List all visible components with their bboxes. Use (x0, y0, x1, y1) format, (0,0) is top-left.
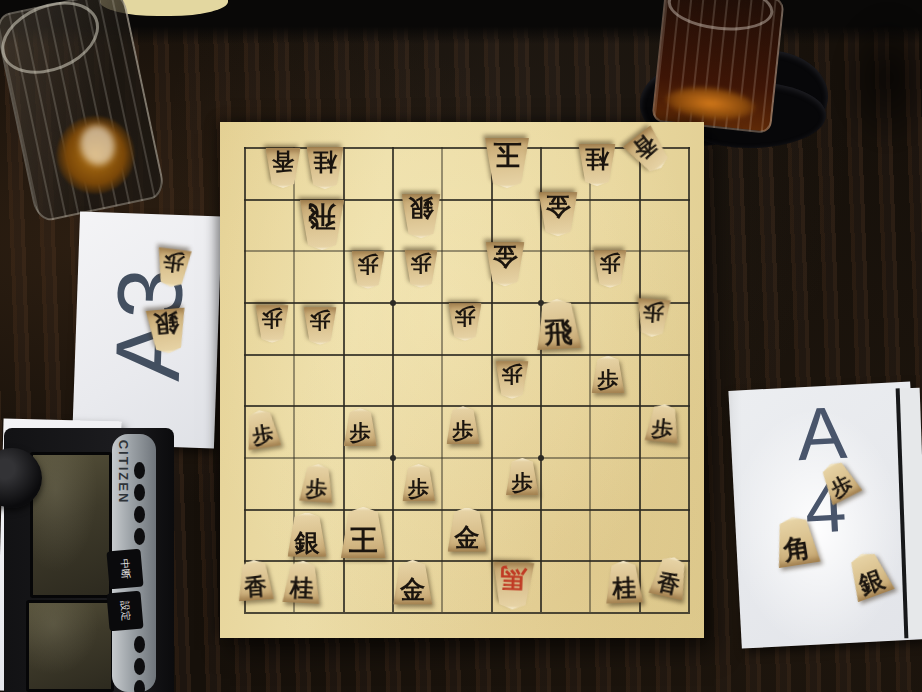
piece-body: 歩 (506, 458, 539, 496)
shogi-piece-歩-gote[interactable]: 歩 (496, 361, 529, 399)
shogi-piece-歩-sente[interactable]: 歩 (645, 403, 682, 444)
piece-body: 歩 (303, 307, 336, 345)
piece-body: 銀 (401, 193, 440, 237)
piece-body: 金 (393, 560, 432, 604)
shogi-piece-歩-gote[interactable]: 歩 (448, 303, 481, 341)
shogi-piece-歩-sente[interactable]: 歩 (446, 406, 479, 444)
tea-glass-right (651, 0, 785, 134)
clock-vent-hole (134, 506, 145, 523)
piece-body: 歩 (496, 361, 529, 399)
shogi-piece-馬-gote[interactable]: 馬 (492, 562, 535, 610)
shogi-piece-歩-sente[interactable]: 歩 (242, 408, 280, 450)
shogi-piece-金-sente[interactable]: 金 (447, 507, 486, 551)
shogi-piece-桂-gote[interactable]: 桂 (306, 147, 343, 189)
piece-body: 王 (341, 507, 386, 558)
grid-line-vertical (392, 147, 394, 612)
clock-vent-hole (134, 528, 145, 545)
shogi-piece-歩-gote[interactable]: 歩 (154, 247, 191, 288)
clock-button-set[interactable]: 設定 (106, 591, 143, 632)
clock-vent-hole (134, 680, 145, 692)
shogi-piece-銀-sente[interactable]: 銀 (287, 512, 326, 556)
grid-line-horizontal (244, 612, 690, 614)
shogi-piece-金-sente[interactable]: 金 (393, 560, 432, 604)
piece-body: 歩 (402, 464, 435, 502)
piece-body: 飛 (300, 199, 344, 249)
piece-body: 歩 (404, 250, 437, 288)
sente-hand-tray-paper-a4: A 4 (728, 381, 922, 648)
shogi-piece-飛-gote[interactable]: 飛 (300, 199, 344, 249)
clock-button-pause[interactable]: 中断 (106, 549, 143, 590)
shogi-piece-桂-gote[interactable]: 桂 (578, 144, 615, 186)
piece-body: 桂 (306, 147, 343, 189)
piece-body: 桂 (282, 560, 321, 604)
shogi-piece-桂-sente[interactable]: 桂 (282, 560, 321, 604)
piece-body: 香 (236, 559, 274, 601)
piece-body: 歩 (593, 250, 626, 288)
piece-body: 歩 (352, 251, 385, 289)
piece-body: 歩 (448, 303, 481, 341)
clock-vent-hole (134, 658, 145, 675)
clock-display-lower (26, 600, 114, 692)
piece-body: 桂 (605, 560, 643, 603)
shogi-piece-玉-gote[interactable]: 玉 (485, 138, 529, 188)
grid-line-vertical (491, 147, 493, 612)
clock-brand-label: CITIZEN (116, 440, 131, 505)
shogi-piece-銀-gote[interactable]: 銀 (401, 193, 440, 237)
piece-body: 歩 (591, 356, 624, 394)
shogi-piece-歩-gote[interactable]: 歩 (303, 307, 336, 345)
scene-table: A3 A 4 CITIZEN 中断 設定 香桂玉桂香飛銀金歩歩金歩歩歩歩飛歩歩歩… (0, 0, 922, 692)
piece-body: 歩 (299, 463, 335, 503)
grid-line-vertical (441, 147, 443, 612)
hoshi-dot (538, 455, 544, 461)
shogi-piece-歩-sente[interactable]: 歩 (506, 458, 539, 496)
shogi-piece-金-gote[interactable]: 金 (486, 242, 525, 286)
clock-display-upper (30, 452, 112, 598)
shogi-piece-桂-sente[interactable]: 桂 (605, 560, 643, 603)
shogi-piece-歩-gote[interactable]: 歩 (636, 298, 672, 338)
shogi-piece-飛-sente[interactable]: 飛 (534, 298, 581, 350)
piece-body: 銀 (146, 307, 189, 355)
piece-body: 歩 (446, 406, 479, 444)
shogi-piece-歩-sente[interactable]: 歩 (299, 463, 335, 503)
shadow (838, 8, 922, 148)
clock-vent-hole (134, 636, 145, 653)
piece-body: 歩 (255, 305, 288, 343)
grid-line-vertical (244, 147, 246, 612)
grid-line-horizontal (244, 457, 690, 459)
piece-body: 銀 (287, 512, 326, 556)
piece-body: 歩 (645, 403, 682, 444)
grid-line-vertical (639, 147, 641, 612)
piece-body: 歩 (242, 408, 280, 450)
clock-vent-hole (134, 484, 145, 501)
piece-body: 歩 (344, 408, 377, 446)
piece-body: 飛 (534, 298, 581, 350)
piece-body: 香 (265, 148, 300, 188)
shogi-piece-歩-sente[interactable]: 歩 (402, 464, 435, 502)
shogi-piece-歩-gote[interactable]: 歩 (593, 250, 626, 288)
grid-line-vertical (688, 147, 690, 612)
shogi-piece-歩-sente[interactable]: 歩 (344, 408, 377, 446)
hoshi-dot (390, 455, 396, 461)
piece-body: 金 (538, 191, 577, 235)
piece-body: 歩 (636, 298, 672, 338)
piece-body: 馬 (492, 562, 535, 610)
shogi-piece-角-sente[interactable]: 角 (772, 514, 821, 568)
shogi-piece-香-sente[interactable]: 香 (236, 559, 274, 601)
shogi-piece-王-sente[interactable]: 王 (341, 507, 386, 558)
hoshi-dot (390, 300, 396, 306)
piece-body: 玉 (485, 138, 529, 188)
shogi-piece-銀-gote[interactable]: 銀 (146, 307, 189, 355)
shogi-piece-歩-gote[interactable]: 歩 (255, 305, 288, 343)
piece-body: 角 (772, 514, 821, 568)
piece-body: 金 (447, 507, 486, 551)
shogi-piece-歩-gote[interactable]: 歩 (404, 250, 437, 288)
clock-vent-hole (134, 462, 145, 479)
piece-body: 桂 (578, 144, 615, 186)
shogi-piece-香-gote[interactable]: 香 (265, 148, 300, 188)
shogi-piece-金-gote[interactable]: 金 (538, 191, 577, 235)
piece-body: 歩 (154, 247, 191, 288)
piece-body: 金 (486, 242, 525, 286)
shogi-piece-歩-sente[interactable]: 歩 (591, 356, 624, 394)
shogi-piece-歩-gote[interactable]: 歩 (352, 251, 385, 289)
